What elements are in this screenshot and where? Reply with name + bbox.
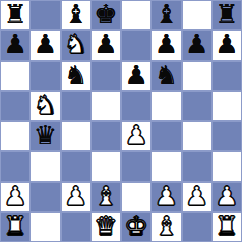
square-d1[interactable]: ♛ xyxy=(91,212,121,242)
black-knight-c6[interactable]: ♞ xyxy=(64,60,87,90)
white-bishop-f1[interactable]: ♝ xyxy=(155,211,178,241)
square-h8[interactable]: ♜ xyxy=(212,0,242,30)
square-d5[interactable] xyxy=(91,91,121,121)
square-g2[interactable]: ♟ xyxy=(182,182,212,212)
square-b6[interactable] xyxy=(30,61,60,91)
square-e1[interactable]: ♚ xyxy=(121,212,151,242)
white-pawn-h2[interactable]: ♟ xyxy=(215,181,238,211)
black-pawn-b7[interactable]: ♟ xyxy=(34,29,57,59)
white-queen-d1[interactable]: ♛ xyxy=(94,211,117,241)
square-c3[interactable] xyxy=(61,151,91,181)
square-g7[interactable]: ♟ xyxy=(182,30,212,60)
square-d3[interactable] xyxy=(91,151,121,181)
square-f5[interactable] xyxy=(151,91,181,121)
square-a8[interactable]: ♜ xyxy=(0,0,30,30)
white-pawn-f2[interactable]: ♟ xyxy=(155,181,178,211)
square-g8[interactable] xyxy=(182,0,212,30)
white-knight-c7[interactable]: ♞ xyxy=(64,29,87,59)
square-a4[interactable] xyxy=(0,121,30,151)
square-b2[interactable] xyxy=(30,182,60,212)
square-f6[interactable]: ♞ xyxy=(151,61,181,91)
square-g6[interactable] xyxy=(182,61,212,91)
black-pawn-f7[interactable]: ♟ xyxy=(155,29,178,59)
square-g5[interactable] xyxy=(182,91,212,121)
white-rook-h1[interactable]: ♜ xyxy=(215,211,238,241)
square-d4[interactable] xyxy=(91,121,121,151)
black-rook-a8[interactable]: ♜ xyxy=(3,0,26,29)
square-b3[interactable] xyxy=(30,151,60,181)
black-queen-b4[interactable]: ♛ xyxy=(34,120,57,150)
square-e4[interactable]: ♟ xyxy=(121,121,151,151)
square-b1[interactable] xyxy=(30,212,60,242)
square-f7[interactable]: ♟ xyxy=(151,30,181,60)
square-e8[interactable] xyxy=(121,0,151,30)
square-e2[interactable] xyxy=(121,182,151,212)
square-g4[interactable] xyxy=(182,121,212,151)
black-pawn-d7[interactable]: ♟ xyxy=(94,29,117,59)
square-h2[interactable]: ♟ xyxy=(212,182,242,212)
square-h7[interactable]: ♟ xyxy=(212,30,242,60)
square-h6[interactable] xyxy=(212,61,242,91)
square-e5[interactable] xyxy=(121,91,151,121)
square-c2[interactable]: ♟ xyxy=(61,182,91,212)
square-h3[interactable] xyxy=(212,151,242,181)
square-d2[interactable]: ♝ xyxy=(91,182,121,212)
square-c5[interactable] xyxy=(61,91,91,121)
white-rook-a1[interactable]: ♜ xyxy=(3,211,26,241)
square-b7[interactable]: ♟ xyxy=(30,30,60,60)
black-pawn-g7[interactable]: ♟ xyxy=(185,29,208,59)
square-c1[interactable] xyxy=(61,212,91,242)
black-pawn-e6[interactable]: ♟ xyxy=(124,60,147,90)
white-knight-b5[interactable]: ♞ xyxy=(34,90,57,120)
white-king-e1[interactable]: ♚ xyxy=(124,211,147,241)
square-h5[interactable] xyxy=(212,91,242,121)
white-pawn-e4[interactable]: ♟ xyxy=(124,120,147,150)
square-a1[interactable]: ♜ xyxy=(0,212,30,242)
black-king-d8[interactable]: ♚ xyxy=(94,0,117,29)
square-c6[interactable]: ♞ xyxy=(61,61,91,91)
square-b8[interactable] xyxy=(30,0,60,30)
square-a7[interactable]: ♟ xyxy=(0,30,30,60)
square-c4[interactable] xyxy=(61,121,91,151)
square-f3[interactable] xyxy=(151,151,181,181)
square-g1[interactable] xyxy=(182,212,212,242)
white-pawn-a2[interactable]: ♟ xyxy=(3,181,26,211)
black-bishop-c8[interactable]: ♝ xyxy=(64,0,87,29)
square-f2[interactable]: ♟ xyxy=(151,182,181,212)
square-a3[interactable] xyxy=(0,151,30,181)
square-a2[interactable]: ♟ xyxy=(0,182,30,212)
square-e6[interactable]: ♟ xyxy=(121,61,151,91)
white-bishop-d2[interactable]: ♝ xyxy=(94,181,117,211)
black-bishop-f8[interactable]: ♝ xyxy=(155,0,178,29)
chess-board: ♜♝♚♝♜♟♟♞♟♟♟♟♞♟♞♞♛♟♟♟♝♟♟♟♜♛♚♝♜ xyxy=(0,0,242,242)
square-e7[interactable] xyxy=(121,30,151,60)
square-a5[interactable] xyxy=(0,91,30,121)
square-c7[interactable]: ♞ xyxy=(61,30,91,60)
white-pawn-g2[interactable]: ♟ xyxy=(185,181,208,211)
square-d7[interactable]: ♟ xyxy=(91,30,121,60)
black-rook-h8[interactable]: ♜ xyxy=(215,0,238,29)
black-pawn-h7[interactable]: ♟ xyxy=(215,29,238,59)
square-d6[interactable] xyxy=(91,61,121,91)
square-f1[interactable]: ♝ xyxy=(151,212,181,242)
black-pawn-a7[interactable]: ♟ xyxy=(3,29,26,59)
black-knight-f6[interactable]: ♞ xyxy=(155,60,178,90)
square-f4[interactable] xyxy=(151,121,181,151)
square-h4[interactable] xyxy=(212,121,242,151)
square-e3[interactable] xyxy=(121,151,151,181)
square-f8[interactable]: ♝ xyxy=(151,0,181,30)
square-a6[interactable] xyxy=(0,61,30,91)
square-h1[interactable]: ♜ xyxy=(212,212,242,242)
square-b4[interactable]: ♛ xyxy=(30,121,60,151)
square-b5[interactable]: ♞ xyxy=(30,91,60,121)
white-pawn-c2[interactable]: ♟ xyxy=(64,181,87,211)
square-g3[interactable] xyxy=(182,151,212,181)
square-d8[interactable]: ♚ xyxy=(91,0,121,30)
square-c8[interactable]: ♝ xyxy=(61,0,91,30)
